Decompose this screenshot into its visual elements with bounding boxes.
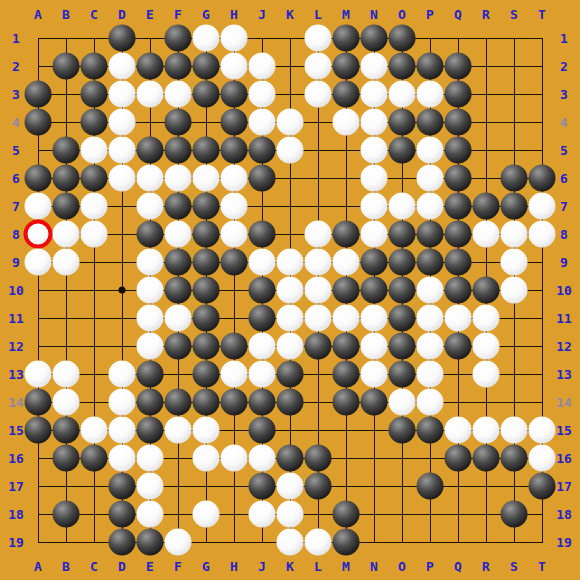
stone-black-L12[interactable]: [305, 333, 332, 360]
stone-black-G9[interactable]: [193, 249, 220, 276]
coord-label-top-A: A: [34, 7, 42, 22]
stone-white-P12[interactable]: [417, 333, 444, 360]
stone-white-K19[interactable]: [277, 529, 304, 556]
stone-black-F1[interactable]: [165, 25, 192, 52]
stone-white-J9[interactable]: [249, 249, 276, 276]
stone-black-F5[interactable]: [165, 137, 192, 164]
coord-label-top-J: J: [258, 7, 266, 22]
stone-white-F3[interactable]: [165, 81, 192, 108]
stone-white-L19[interactable]: [305, 529, 332, 556]
stone-white-E11[interactable]: [137, 305, 164, 332]
stone-black-M10[interactable]: [333, 277, 360, 304]
stone-white-P5[interactable]: [417, 137, 444, 164]
stone-black-M14[interactable]: [333, 389, 360, 416]
stone-black-G2[interactable]: [193, 53, 220, 80]
stone-white-Q11[interactable]: [445, 305, 472, 332]
stone-black-M12[interactable]: [333, 333, 360, 360]
stone-black-H3[interactable]: [221, 81, 248, 108]
stone-white-F8[interactable]: [165, 221, 192, 248]
stone-white-K4[interactable]: [277, 109, 304, 136]
coord-label-top-B: B: [62, 7, 70, 22]
stone-black-O8[interactable]: [389, 221, 416, 248]
stone-black-E19[interactable]: [137, 529, 164, 556]
stone-black-G13[interactable]: [193, 361, 220, 388]
stone-white-D15[interactable]: [109, 417, 136, 444]
coord-label-bottom-D: D: [118, 559, 126, 574]
stone-white-L11[interactable]: [305, 305, 332, 332]
stone-black-J10[interactable]: [249, 277, 276, 304]
stone-white-J18[interactable]: [249, 501, 276, 528]
coord-label-top-E: E: [146, 7, 154, 22]
stone-white-D16[interactable]: [109, 445, 136, 472]
stone-white-E3[interactable]: [137, 81, 164, 108]
stone-white-L3[interactable]: [305, 81, 332, 108]
star-point-D10: [119, 287, 126, 294]
stone-black-P17[interactable]: [417, 473, 444, 500]
stone-white-E6[interactable]: [137, 165, 164, 192]
stone-black-N10[interactable]: [361, 277, 388, 304]
stone-white-N3[interactable]: [361, 81, 388, 108]
stone-white-G16[interactable]: [193, 445, 220, 472]
stone-white-N13[interactable]: [361, 361, 388, 388]
stone-black-D18[interactable]: [109, 501, 136, 528]
stone-black-C16[interactable]: [81, 445, 108, 472]
stone-black-P8[interactable]: [417, 221, 444, 248]
coord-label-bottom-H: H: [230, 559, 238, 574]
stone-white-L8[interactable]: [305, 221, 332, 248]
stone-white-L10[interactable]: [305, 277, 332, 304]
stone-white-J12[interactable]: [249, 333, 276, 360]
coord-label-bottom-T: T: [538, 559, 546, 574]
stone-black-F12[interactable]: [165, 333, 192, 360]
coord-label-top-R: R: [482, 7, 490, 22]
stone-black-G7[interactable]: [193, 193, 220, 220]
stone-white-M4[interactable]: [333, 109, 360, 136]
stone-white-L1[interactable]: [305, 25, 332, 52]
stone-black-J11[interactable]: [249, 305, 276, 332]
stone-white-K10[interactable]: [277, 277, 304, 304]
stone-black-Q9[interactable]: [445, 249, 472, 276]
stone-black-M18[interactable]: [333, 501, 360, 528]
stone-black-O1[interactable]: [389, 25, 416, 52]
stone-black-Q5[interactable]: [445, 137, 472, 164]
coord-label-left-19: 19: [8, 535, 24, 550]
stone-black-M1[interactable]: [333, 25, 360, 52]
coord-label-right-5: 5: [560, 143, 568, 158]
stone-black-O12[interactable]: [389, 333, 416, 360]
coord-label-top-C: C: [90, 7, 98, 22]
stone-black-K14[interactable]: [277, 389, 304, 416]
stone-white-B14[interactable]: [53, 389, 80, 416]
stone-black-H5[interactable]: [221, 137, 248, 164]
stone-black-P15[interactable]: [417, 417, 444, 444]
stone-black-G5[interactable]: [193, 137, 220, 164]
stone-black-M3[interactable]: [333, 81, 360, 108]
stone-black-K13[interactable]: [277, 361, 304, 388]
stone-black-Q6[interactable]: [445, 165, 472, 192]
stone-black-S18[interactable]: [501, 501, 528, 528]
stone-white-M9[interactable]: [333, 249, 360, 276]
stone-black-H14[interactable]: [221, 389, 248, 416]
stone-white-N11[interactable]: [361, 305, 388, 332]
coord-label-left-7: 7: [12, 199, 20, 214]
stone-black-J8[interactable]: [249, 221, 276, 248]
stone-black-P2[interactable]: [417, 53, 444, 80]
stone-black-O2[interactable]: [389, 53, 416, 80]
stone-white-T15[interactable]: [529, 417, 556, 444]
stone-white-C5[interactable]: [81, 137, 108, 164]
coord-label-left-12: 12: [8, 339, 24, 354]
stone-black-T6[interactable]: [529, 165, 556, 192]
stone-white-S10[interactable]: [501, 277, 528, 304]
coord-label-bottom-L: L: [314, 559, 322, 574]
stone-black-C3[interactable]: [81, 81, 108, 108]
stone-black-C6[interactable]: [81, 165, 108, 192]
stone-black-M13[interactable]: [333, 361, 360, 388]
stone-black-Q3[interactable]: [445, 81, 472, 108]
stone-black-R10[interactable]: [473, 277, 500, 304]
coord-label-top-P: P: [426, 7, 434, 22]
stone-black-O10[interactable]: [389, 277, 416, 304]
stone-black-G8[interactable]: [193, 221, 220, 248]
stone-black-N9[interactable]: [361, 249, 388, 276]
stone-black-B5[interactable]: [53, 137, 80, 164]
stone-white-D2[interactable]: [109, 53, 136, 80]
stone-black-J15[interactable]: [249, 417, 276, 444]
coord-label-top-D: D: [118, 7, 126, 22]
stone-black-A15[interactable]: [25, 417, 52, 444]
stone-black-P4[interactable]: [417, 109, 444, 136]
stone-black-G11[interactable]: [193, 305, 220, 332]
stone-black-F2[interactable]: [165, 53, 192, 80]
stone-white-K17[interactable]: [277, 473, 304, 500]
stone-black-B15[interactable]: [53, 417, 80, 444]
coord-label-right-10: 10: [556, 283, 572, 298]
coord-label-bottom-G: G: [202, 559, 210, 574]
stone-white-P6[interactable]: [417, 165, 444, 192]
stone-black-L17[interactable]: [305, 473, 332, 500]
coord-label-left-14: 14: [8, 395, 24, 410]
stone-black-O11[interactable]: [389, 305, 416, 332]
stone-white-R11[interactable]: [473, 305, 500, 332]
stone-black-H4[interactable]: [221, 109, 248, 136]
coord-label-right-9: 9: [560, 255, 568, 270]
stone-white-P10[interactable]: [417, 277, 444, 304]
stone-white-E7[interactable]: [137, 193, 164, 220]
stone-black-S7[interactable]: [501, 193, 528, 220]
stone-white-D5[interactable]: [109, 137, 136, 164]
stone-black-R16[interactable]: [473, 445, 500, 472]
stone-black-J5[interactable]: [249, 137, 276, 164]
stone-white-H7[interactable]: [221, 193, 248, 220]
stone-white-Q15[interactable]: [445, 417, 472, 444]
stone-white-D13[interactable]: [109, 361, 136, 388]
stone-black-A14[interactable]: [25, 389, 52, 416]
stone-white-E17[interactable]: [137, 473, 164, 500]
coord-label-left-9: 9: [12, 255, 20, 270]
coord-label-bottom-F: F: [174, 559, 182, 574]
coord-label-left-17: 17: [8, 479, 24, 494]
stone-black-G3[interactable]: [193, 81, 220, 108]
coord-label-bottom-A: A: [34, 559, 42, 574]
coord-label-left-1: 1: [12, 31, 20, 46]
stone-black-B7[interactable]: [53, 193, 80, 220]
stone-white-O7[interactable]: [389, 193, 416, 220]
stone-black-Q7[interactable]: [445, 193, 472, 220]
coord-label-bottom-O: O: [398, 559, 406, 574]
stone-black-B6[interactable]: [53, 165, 80, 192]
stone-black-K16[interactable]: [277, 445, 304, 472]
stone-white-O14[interactable]: [389, 389, 416, 416]
stone-white-B13[interactable]: [53, 361, 80, 388]
coord-label-right-13: 13: [556, 367, 572, 382]
coord-label-right-7: 7: [560, 199, 568, 214]
coord-label-left-15: 15: [8, 423, 24, 438]
stone-black-F9[interactable]: [165, 249, 192, 276]
stone-white-S8[interactable]: [501, 221, 528, 248]
coord-label-bottom-B: B: [62, 559, 70, 574]
stone-white-J13[interactable]: [249, 361, 276, 388]
stone-white-P7[interactable]: [417, 193, 444, 220]
stone-white-H6[interactable]: [221, 165, 248, 192]
stone-white-G15[interactable]: [193, 417, 220, 444]
coord-label-right-3: 3: [560, 87, 568, 102]
stone-white-C8[interactable]: [81, 221, 108, 248]
stone-white-R15[interactable]: [473, 417, 500, 444]
coord-label-right-6: 6: [560, 171, 568, 186]
coord-label-top-N: N: [370, 7, 378, 22]
stone-white-T16[interactable]: [529, 445, 556, 472]
stone-white-O3[interactable]: [389, 81, 416, 108]
stone-white-L2[interactable]: [305, 53, 332, 80]
stone-black-M19[interactable]: [333, 529, 360, 556]
stone-black-O13[interactable]: [389, 361, 416, 388]
coord-label-left-16: 16: [8, 451, 24, 466]
stone-black-C4[interactable]: [81, 109, 108, 136]
stone-white-J2[interactable]: [249, 53, 276, 80]
stone-white-R13[interactable]: [473, 361, 500, 388]
stone-white-D3[interactable]: [109, 81, 136, 108]
stone-white-C7[interactable]: [81, 193, 108, 220]
stone-white-G1[interactable]: [193, 25, 220, 52]
coord-label-right-18: 18: [556, 507, 572, 522]
stone-black-N14[interactable]: [361, 389, 388, 416]
stone-black-H12[interactable]: [221, 333, 248, 360]
stone-white-E18[interactable]: [137, 501, 164, 528]
stone-white-R8[interactable]: [473, 221, 500, 248]
stone-black-M8[interactable]: [333, 221, 360, 248]
coord-label-bottom-Q: Q: [454, 559, 462, 574]
last-move-marker-A8: [24, 220, 53, 249]
stone-black-Q8[interactable]: [445, 221, 472, 248]
stone-white-D6[interactable]: [109, 165, 136, 192]
stone-black-F14[interactable]: [165, 389, 192, 416]
stone-white-E9[interactable]: [137, 249, 164, 276]
stone-white-F15[interactable]: [165, 417, 192, 444]
stone-black-Q12[interactable]: [445, 333, 472, 360]
stone-black-A3[interactable]: [25, 81, 52, 108]
coord-label-bottom-E: E: [146, 559, 154, 574]
stone-white-R12[interactable]: [473, 333, 500, 360]
stone-black-B18[interactable]: [53, 501, 80, 528]
stone-white-F6[interactable]: [165, 165, 192, 192]
stone-black-E14[interactable]: [137, 389, 164, 416]
coord-label-top-L: L: [314, 7, 322, 22]
stone-white-N12[interactable]: [361, 333, 388, 360]
stone-white-J16[interactable]: [249, 445, 276, 472]
go-app-window: AABBCCDDEEFFGGHHJJKKLLMMNNOOPPQQRRSSTT11…: [0, 0, 580, 580]
coord-label-right-14: 14: [556, 395, 572, 410]
stone-white-N4[interactable]: [361, 109, 388, 136]
stone-black-Q4[interactable]: [445, 109, 472, 136]
coord-label-left-3: 3: [12, 87, 20, 102]
stone-white-S15[interactable]: [501, 417, 528, 444]
stone-black-F10[interactable]: [165, 277, 192, 304]
stone-black-E13[interactable]: [137, 361, 164, 388]
coord-label-left-11: 11: [8, 311, 24, 326]
stone-black-D17[interactable]: [109, 473, 136, 500]
stone-white-E12[interactable]: [137, 333, 164, 360]
stone-black-A6[interactable]: [25, 165, 52, 192]
stone-white-N7[interactable]: [361, 193, 388, 220]
stone-white-H16[interactable]: [221, 445, 248, 472]
stone-black-R7[interactable]: [473, 193, 500, 220]
stone-white-K18[interactable]: [277, 501, 304, 528]
coord-label-bottom-M: M: [342, 559, 350, 574]
stone-black-Q2[interactable]: [445, 53, 472, 80]
coord-label-right-15: 15: [556, 423, 572, 438]
stone-black-E5[interactable]: [137, 137, 164, 164]
stone-black-J6[interactable]: [249, 165, 276, 192]
stone-white-D14[interactable]: [109, 389, 136, 416]
coord-label-top-G: G: [202, 7, 210, 22]
stone-white-N8[interactable]: [361, 221, 388, 248]
coord-label-bottom-C: C: [90, 559, 98, 574]
stone-white-P13[interactable]: [417, 361, 444, 388]
stone-white-K12[interactable]: [277, 333, 304, 360]
stone-black-O4[interactable]: [389, 109, 416, 136]
coord-label-right-8: 8: [560, 227, 568, 242]
coord-label-left-13: 13: [8, 367, 24, 382]
coord-label-bottom-J: J: [258, 559, 266, 574]
coord-label-left-2: 2: [12, 59, 20, 74]
coord-label-left-6: 6: [12, 171, 20, 186]
stone-white-G6[interactable]: [193, 165, 220, 192]
stone-white-E10[interactable]: [137, 277, 164, 304]
coord-label-left-18: 18: [8, 507, 24, 522]
coord-label-bottom-S: S: [510, 559, 518, 574]
stone-black-Q16[interactable]: [445, 445, 472, 472]
stone-white-B8[interactable]: [53, 221, 80, 248]
stone-black-M2[interactable]: [333, 53, 360, 80]
stone-white-T7[interactable]: [529, 193, 556, 220]
stone-black-G10[interactable]: [193, 277, 220, 304]
coord-label-top-Q: Q: [454, 7, 462, 22]
stone-white-J3[interactable]: [249, 81, 276, 108]
coord-label-top-S: S: [510, 7, 518, 22]
coord-label-top-H: H: [230, 7, 238, 22]
stone-white-D4[interactable]: [109, 109, 136, 136]
stone-black-J17[interactable]: [249, 473, 276, 500]
coord-label-bottom-R: R: [482, 559, 490, 574]
stone-black-B16[interactable]: [53, 445, 80, 472]
stone-white-K9[interactable]: [277, 249, 304, 276]
stone-black-T17[interactable]: [529, 473, 556, 500]
coord-label-left-5: 5: [12, 143, 20, 158]
coord-label-top-O: O: [398, 7, 406, 22]
stone-white-L9[interactable]: [305, 249, 332, 276]
coord-label-top-M: M: [342, 7, 350, 22]
coord-label-right-19: 19: [556, 535, 572, 550]
stone-black-F7[interactable]: [165, 193, 192, 220]
stone-black-L16[interactable]: [305, 445, 332, 472]
coord-label-right-12: 12: [556, 339, 572, 354]
stone-white-A9[interactable]: [25, 249, 52, 276]
coord-label-right-1: 1: [560, 31, 568, 46]
stone-black-S16[interactable]: [501, 445, 528, 472]
stone-white-H13[interactable]: [221, 361, 248, 388]
coord-label-right-17: 17: [556, 479, 572, 494]
stone-black-P9[interactable]: [417, 249, 444, 276]
stone-black-D1[interactable]: [109, 25, 136, 52]
stone-white-A7[interactable]: [25, 193, 52, 220]
stone-white-N2[interactable]: [361, 53, 388, 80]
stone-black-O15[interactable]: [389, 417, 416, 444]
stone-white-C15[interactable]: [81, 417, 108, 444]
stone-white-H1[interactable]: [221, 25, 248, 52]
stone-black-B2[interactable]: [53, 53, 80, 80]
stone-white-P11[interactable]: [417, 305, 444, 332]
stone-black-N1[interactable]: [361, 25, 388, 52]
stone-white-A13[interactable]: [25, 361, 52, 388]
stone-white-K5[interactable]: [277, 137, 304, 164]
stone-black-H9[interactable]: [221, 249, 248, 276]
stone-white-T8[interactable]: [529, 221, 556, 248]
coord-label-right-2: 2: [560, 59, 568, 74]
stone-white-F19[interactable]: [165, 529, 192, 556]
stone-black-C2[interactable]: [81, 53, 108, 80]
stone-white-G18[interactable]: [193, 501, 220, 528]
stone-black-Q10[interactable]: [445, 277, 472, 304]
stone-white-S9[interactable]: [501, 249, 528, 276]
stone-black-G12[interactable]: [193, 333, 220, 360]
stone-white-H2[interactable]: [221, 53, 248, 80]
stone-black-A4[interactable]: [25, 109, 52, 136]
stone-white-N5[interactable]: [361, 137, 388, 164]
stone-black-G14[interactable]: [193, 389, 220, 416]
stone-black-E8[interactable]: [137, 221, 164, 248]
stone-white-N6[interactable]: [361, 165, 388, 192]
stone-black-E2[interactable]: [137, 53, 164, 80]
stone-white-B9[interactable]: [53, 249, 80, 276]
stone-black-O9[interactable]: [389, 249, 416, 276]
stone-white-J4[interactable]: [249, 109, 276, 136]
stone-white-P14[interactable]: [417, 389, 444, 416]
stone-black-J14[interactable]: [249, 389, 276, 416]
stone-black-S6[interactable]: [501, 165, 528, 192]
stone-white-M11[interactable]: [333, 305, 360, 332]
stone-black-O5[interactable]: [389, 137, 416, 164]
stone-white-K11[interactable]: [277, 305, 304, 332]
stone-white-P3[interactable]: [417, 81, 444, 108]
stone-white-E16[interactable]: [137, 445, 164, 472]
stone-white-F11[interactable]: [165, 305, 192, 332]
stone-black-E15[interactable]: [137, 417, 164, 444]
stone-black-D19[interactable]: [109, 529, 136, 556]
stone-black-F4[interactable]: [165, 109, 192, 136]
coord-label-left-4: 4: [12, 115, 20, 130]
stone-white-H8[interactable]: [221, 221, 248, 248]
